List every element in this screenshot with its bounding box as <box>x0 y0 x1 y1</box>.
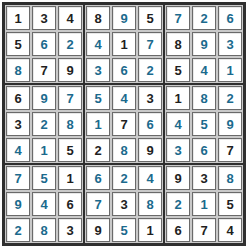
cell-r8c1[interactable]: 9 <box>6 192 30 216</box>
cell-r2c4[interactable]: 4 <box>86 32 110 56</box>
cell-r8c3[interactable]: 6 <box>58 192 82 216</box>
cell-r2c7[interactable]: 8 <box>166 32 190 56</box>
cell-r1c9[interactable]: 6 <box>218 6 242 30</box>
cell-r1c8[interactable]: 2 <box>192 6 216 30</box>
cell-r5c6[interactable]: 6 <box>138 112 162 136</box>
cell-r5c3[interactable]: 8 <box>58 112 82 136</box>
cell-r6c7[interactable]: 3 <box>166 138 190 162</box>
cell-r1c6[interactable]: 5 <box>138 6 162 30</box>
box-1-1: 134562879 <box>4 4 84 84</box>
cell-r9c5[interactable]: 5 <box>112 218 136 242</box>
cell-r1c2[interactable]: 3 <box>32 6 56 30</box>
cell-r6c8[interactable]: 6 <box>192 138 216 162</box>
cell-r8c8[interactable]: 1 <box>192 192 216 216</box>
cell-r3c6[interactable]: 2 <box>138 58 162 82</box>
cell-r3c4[interactable]: 3 <box>86 58 110 82</box>
cell-r2c1[interactable]: 5 <box>6 32 30 56</box>
cell-r7c9[interactable]: 8 <box>218 166 242 190</box>
cell-r5c1[interactable]: 3 <box>6 112 30 136</box>
cell-r2c5[interactable]: 1 <box>112 32 136 56</box>
cell-r2c9[interactable]: 3 <box>218 32 242 56</box>
cell-r6c9[interactable]: 7 <box>218 138 242 162</box>
cell-r7c3[interactable]: 1 <box>58 166 82 190</box>
cell-r9c8[interactable]: 7 <box>192 218 216 242</box>
cell-r7c6[interactable]: 4 <box>138 166 162 190</box>
cell-r9c6[interactable]: 1 <box>138 218 162 242</box>
cell-r5c4[interactable]: 1 <box>86 112 110 136</box>
cell-r9c9[interactable]: 4 <box>218 218 242 242</box>
cell-r2c8[interactable]: 9 <box>192 32 216 56</box>
box-2-2: 543176289 <box>84 84 164 164</box>
cell-r3c9[interactable]: 1 <box>218 58 242 82</box>
cell-r8c2[interactable]: 4 <box>32 192 56 216</box>
cell-r4c6[interactable]: 3 <box>138 86 162 110</box>
box-3-1: 751946283 <box>4 164 84 244</box>
cell-r5c9[interactable]: 9 <box>218 112 242 136</box>
cell-r8c7[interactable]: 2 <box>166 192 190 216</box>
cell-r9c4[interactable]: 9 <box>86 218 110 242</box>
cell-r4c9[interactable]: 2 <box>218 86 242 110</box>
cell-r6c4[interactable]: 2 <box>86 138 110 162</box>
cell-r1c1[interactable]: 1 <box>6 6 30 30</box>
cell-r7c2[interactable]: 5 <box>32 166 56 190</box>
cell-r6c5[interactable]: 8 <box>112 138 136 162</box>
cell-r3c7[interactable]: 5 <box>166 58 190 82</box>
cell-r6c3[interactable]: 5 <box>58 138 82 162</box>
cell-r1c7[interactable]: 7 <box>166 6 190 30</box>
cell-r2c3[interactable]: 2 <box>58 32 82 56</box>
cell-r9c1[interactable]: 2 <box>6 218 30 242</box>
cell-r4c4[interactable]: 5 <box>86 86 110 110</box>
cell-r3c1[interactable]: 8 <box>6 58 30 82</box>
cell-r8c9[interactable]: 5 <box>218 192 242 216</box>
cell-r9c3[interactable]: 3 <box>58 218 82 242</box>
box-2-3: 182459367 <box>164 84 244 164</box>
cell-r3c8[interactable]: 4 <box>192 58 216 82</box>
box-1-3: 726893541 <box>164 4 244 84</box>
cell-r4c3[interactable]: 7 <box>58 86 82 110</box>
cell-r4c1[interactable]: 6 <box>6 86 30 110</box>
cell-r8c6[interactable]: 8 <box>138 192 162 216</box>
cell-r4c8[interactable]: 8 <box>192 86 216 110</box>
cell-r8c5[interactable]: 3 <box>112 192 136 216</box>
cell-r8c4[interactable]: 7 <box>86 192 110 216</box>
cell-r6c6[interactable]: 9 <box>138 138 162 162</box>
cell-r3c5[interactable]: 6 <box>112 58 136 82</box>
cell-r4c2[interactable]: 9 <box>32 86 56 110</box>
cell-r2c2[interactable]: 6 <box>32 32 56 56</box>
cell-r5c5[interactable]: 7 <box>112 112 136 136</box>
cell-r5c2[interactable]: 2 <box>32 112 56 136</box>
sudoku-board: 1345628798954173627268935416973284155431… <box>2 2 246 246</box>
cell-r7c4[interactable]: 6 <box>86 166 110 190</box>
cell-r3c2[interactable]: 7 <box>32 58 56 82</box>
box-2-1: 697328415 <box>4 84 84 164</box>
cell-r1c4[interactable]: 8 <box>86 6 110 30</box>
cell-r4c7[interactable]: 1 <box>166 86 190 110</box>
cell-r1c5[interactable]: 9 <box>112 6 136 30</box>
cell-r7c5[interactable]: 2 <box>112 166 136 190</box>
cell-r9c7[interactable]: 6 <box>166 218 190 242</box>
cell-r3c3[interactable]: 9 <box>58 58 82 82</box>
cell-r1c3[interactable]: 4 <box>58 6 82 30</box>
cell-r6c1[interactable]: 4 <box>6 138 30 162</box>
box-3-3: 938215674 <box>164 164 244 244</box>
cell-r5c7[interactable]: 4 <box>166 112 190 136</box>
cell-r7c1[interactable]: 7 <box>6 166 30 190</box>
cell-r7c8[interactable]: 3 <box>192 166 216 190</box>
cell-r7c7[interactable]: 9 <box>166 166 190 190</box>
box-3-2: 624738951 <box>84 164 164 244</box>
cell-r5c8[interactable]: 5 <box>192 112 216 136</box>
cell-r4c5[interactable]: 4 <box>112 86 136 110</box>
box-1-2: 895417362 <box>84 4 164 84</box>
cell-r2c6[interactable]: 7 <box>138 32 162 56</box>
cell-r6c2[interactable]: 1 <box>32 138 56 162</box>
cell-r9c2[interactable]: 8 <box>32 218 56 242</box>
